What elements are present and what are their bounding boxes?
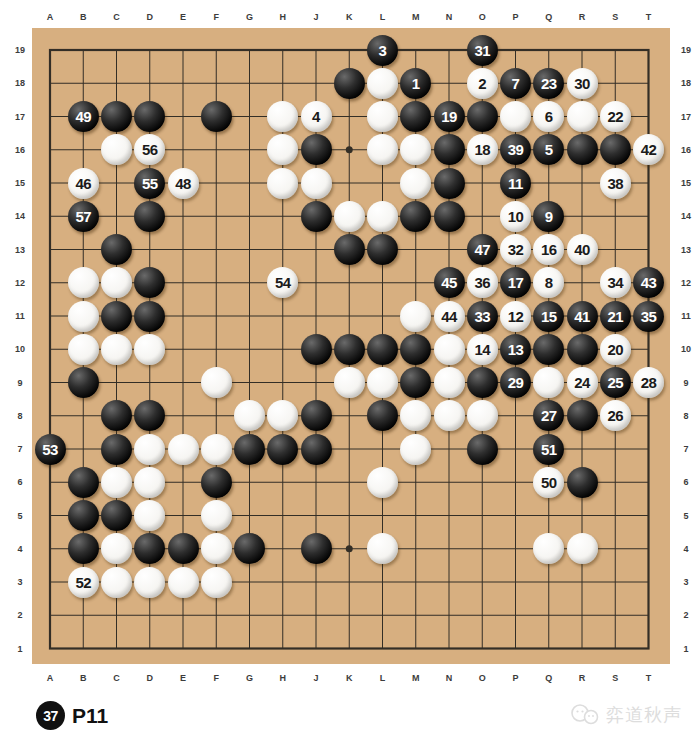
stone-P14: 10 — [500, 201, 531, 232]
stone-move-number: 5 — [545, 142, 553, 157]
stone-move-number: 52 — [75, 575, 91, 590]
stone-O7 — [467, 434, 498, 465]
stone-move-number: 6 — [545, 109, 553, 124]
stone-D7 — [134, 434, 165, 465]
stone-Q16: 5 — [533, 134, 564, 165]
stone-B3: 52 — [68, 567, 99, 598]
stone-O18: 2 — [467, 68, 498, 99]
stone-move-number: 55 — [142, 176, 158, 191]
row-label-left-12: 12 — [15, 278, 25, 288]
stone-N14 — [434, 201, 465, 232]
stone-C13 — [101, 234, 132, 265]
row-label-right-11: 11 — [681, 311, 691, 321]
col-label-top-P: P — [512, 12, 518, 22]
col-label-bottom-N: N — [446, 673, 453, 683]
row-label-right-5: 5 — [683, 511, 688, 521]
stone-move-number: 25 — [607, 375, 623, 390]
move-caption: 37 P11 — [36, 701, 108, 730]
stone-move-number: 15 — [541, 309, 557, 324]
stone-O13: 47 — [467, 234, 498, 265]
stone-F6 — [201, 467, 232, 498]
stone-Q7: 51 — [533, 434, 564, 465]
stone-S8: 26 — [600, 400, 631, 431]
col-label-top-C: C — [113, 12, 120, 22]
stone-Q13: 16 — [533, 234, 564, 265]
row-label-right-18: 18 — [681, 78, 691, 88]
stone-K14 — [334, 201, 365, 232]
stone-Q6: 50 — [533, 467, 564, 498]
stone-O10: 14 — [467, 334, 498, 365]
stone-N16 — [434, 134, 465, 165]
stone-B11 — [68, 301, 99, 332]
stone-P9: 29 — [500, 367, 531, 398]
stone-T12: 43 — [633, 267, 664, 298]
row-label-right-6: 6 — [683, 477, 688, 487]
stone-D4 — [134, 533, 165, 564]
col-label-top-G: G — [246, 12, 253, 22]
stone-E3 — [168, 567, 199, 598]
stone-C6 — [101, 467, 132, 498]
row-label-left-19: 19 — [15, 45, 25, 55]
stone-S10: 20 — [600, 334, 631, 365]
stone-E4 — [168, 533, 199, 564]
col-label-bottom-K: K — [346, 673, 353, 683]
row-label-left-5: 5 — [17, 511, 22, 521]
col-label-top-Q: Q — [545, 12, 552, 22]
col-label-bottom-D: D — [147, 673, 154, 683]
stone-G7 — [234, 434, 265, 465]
row-label-left-1: 1 — [17, 644, 22, 654]
stone-Q12: 8 — [533, 267, 564, 298]
stone-D6 — [134, 467, 165, 498]
row-label-right-1: 1 — [683, 644, 688, 654]
stone-N8 — [434, 400, 465, 431]
stone-S12: 34 — [600, 267, 631, 298]
stone-O11: 33 — [467, 301, 498, 332]
stone-B15: 46 — [68, 168, 99, 199]
stone-M7 — [400, 434, 431, 465]
stone-move-number: 53 — [42, 442, 58, 457]
stone-move-number: 4 — [312, 109, 320, 124]
stone-move-number: 56 — [142, 142, 158, 157]
col-label-bottom-B: B — [80, 673, 87, 683]
col-label-top-J: J — [313, 12, 318, 22]
row-label-right-14: 14 — [681, 211, 691, 221]
stone-move-number: 57 — [75, 209, 91, 224]
stone-move-number: 16 — [541, 242, 557, 257]
stone-C11 — [101, 301, 132, 332]
stone-move-number: 43 — [641, 275, 657, 290]
caption-move-number: 37 — [43, 708, 58, 724]
stone-G8 — [234, 400, 265, 431]
col-label-bottom-O: O — [479, 673, 486, 683]
stone-move-number: 39 — [508, 142, 524, 157]
stone-move-number: 7 — [512, 76, 520, 91]
col-label-top-N: N — [446, 12, 453, 22]
stone-M16 — [400, 134, 431, 165]
col-label-top-H: H — [280, 12, 287, 22]
row-label-right-7: 7 — [683, 444, 688, 454]
col-label-bottom-A: A — [47, 673, 54, 683]
stones-layer: 3311272330494196225618395424655481138571… — [33, 33, 665, 665]
stone-B14: 57 — [68, 201, 99, 232]
stone-B9 — [68, 367, 99, 398]
stone-N17: 19 — [434, 101, 465, 132]
stone-O12: 36 — [467, 267, 498, 298]
stone-R8 — [567, 400, 598, 431]
stone-Q18: 23 — [533, 68, 564, 99]
stone-move-number: 13 — [508, 342, 524, 357]
row-label-right-8: 8 — [683, 411, 688, 421]
col-label-top-O: O — [479, 12, 486, 22]
stone-P10: 13 — [500, 334, 531, 365]
stone-P13: 32 — [500, 234, 531, 265]
stone-move-number: 10 — [508, 209, 524, 224]
stone-move-number: 9 — [545, 209, 553, 224]
stone-P17 — [500, 101, 531, 132]
caption-move-stone: 37 — [36, 701, 65, 730]
stone-S15: 38 — [600, 168, 631, 199]
row-label-right-15: 15 — [681, 178, 691, 188]
stone-Q14: 9 — [533, 201, 564, 232]
stone-L8 — [367, 400, 398, 431]
row-label-left-11: 11 — [15, 311, 25, 321]
col-label-bottom-R: R — [579, 673, 586, 683]
stone-A7: 53 — [35, 434, 66, 465]
stone-move-number: 11 — [508, 176, 523, 191]
stone-R6 — [567, 467, 598, 498]
stone-move-number: 26 — [607, 408, 623, 423]
stone-L4 — [367, 533, 398, 564]
stone-Q4 — [533, 533, 564, 564]
stone-B6 — [68, 467, 99, 498]
stone-M18: 1 — [400, 68, 431, 99]
col-label-bottom-E: E — [180, 673, 186, 683]
col-label-top-K: K — [346, 12, 353, 22]
stone-S9: 25 — [600, 367, 631, 398]
stone-Q11: 15 — [533, 301, 564, 332]
stone-M17 — [400, 101, 431, 132]
row-label-right-17: 17 — [681, 112, 691, 122]
stone-D10 — [134, 334, 165, 365]
stone-N12: 45 — [434, 267, 465, 298]
stone-R10 — [567, 334, 598, 365]
stone-B5 — [68, 500, 99, 531]
stone-L19: 3 — [367, 35, 398, 66]
row-label-left-9: 9 — [17, 378, 22, 388]
stone-L18 — [367, 68, 398, 99]
stone-Q10 — [533, 334, 564, 365]
stone-move-number: 40 — [574, 242, 590, 257]
stone-C8 — [101, 400, 132, 431]
stone-move-number: 38 — [607, 176, 623, 191]
stone-L13 — [367, 234, 398, 265]
stone-C10 — [101, 334, 132, 365]
stone-D5 — [134, 500, 165, 531]
stone-Q8: 27 — [533, 400, 564, 431]
row-label-right-16: 16 — [681, 145, 691, 155]
stone-H16 — [267, 134, 298, 165]
stone-L6 — [367, 467, 398, 498]
stone-J7 — [301, 434, 332, 465]
watermark-text: 弈道秋声 — [606, 703, 682, 727]
stone-R13: 40 — [567, 234, 598, 265]
stone-move-number: 33 — [474, 309, 490, 324]
row-label-left-6: 6 — [17, 477, 22, 487]
col-label-bottom-L: L — [380, 673, 386, 683]
stone-H8 — [267, 400, 298, 431]
col-label-bottom-T: T — [646, 673, 652, 683]
row-label-right-19: 19 — [681, 45, 691, 55]
stone-T16: 42 — [633, 134, 664, 165]
row-label-left-4: 4 — [17, 544, 22, 554]
stone-J16 — [301, 134, 332, 165]
stone-C3 — [101, 567, 132, 598]
stone-move-number: 14 — [474, 342, 490, 357]
stone-O9 — [467, 367, 498, 398]
stone-S11: 21 — [600, 301, 631, 332]
stone-R9: 24 — [567, 367, 598, 398]
col-label-top-B: B — [80, 12, 87, 22]
stone-D17 — [134, 101, 165, 132]
col-label-bottom-P: P — [512, 673, 518, 683]
row-label-left-18: 18 — [15, 78, 25, 88]
stone-F4 — [201, 533, 232, 564]
stone-K18 — [334, 68, 365, 99]
stone-move-number: 29 — [508, 375, 524, 390]
caption-point-label: P11 — [72, 704, 108, 728]
col-label-bottom-H: H — [280, 673, 287, 683]
stone-S17: 22 — [600, 101, 631, 132]
stone-H7 — [267, 434, 298, 465]
stone-R11: 41 — [567, 301, 598, 332]
stone-move-number: 8 — [545, 275, 553, 290]
stone-move-number: 20 — [607, 342, 623, 357]
stone-C7 — [101, 434, 132, 465]
stone-J17: 4 — [301, 101, 332, 132]
col-label-top-E: E — [180, 12, 186, 22]
col-label-top-S: S — [612, 12, 618, 22]
stone-N10 — [434, 334, 465, 365]
stone-L10 — [367, 334, 398, 365]
stone-D11 — [134, 301, 165, 332]
stone-T9: 28 — [633, 367, 664, 398]
stone-move-number: 32 — [508, 242, 524, 257]
row-label-left-17: 17 — [15, 112, 25, 122]
stone-move-number: 46 — [75, 176, 91, 191]
stone-L14 — [367, 201, 398, 232]
stone-move-number: 35 — [641, 309, 657, 324]
stone-N9 — [434, 367, 465, 398]
stone-move-number: 22 — [607, 109, 623, 124]
stone-F5 — [201, 500, 232, 531]
stone-F3 — [201, 567, 232, 598]
row-label-left-3: 3 — [17, 577, 22, 587]
row-label-right-4: 4 — [683, 544, 688, 554]
stone-J15 — [301, 168, 332, 199]
stone-R18: 30 — [567, 68, 598, 99]
stone-H15 — [267, 168, 298, 199]
row-label-left-2: 2 — [17, 610, 22, 620]
watermark-logo-icon — [570, 702, 600, 728]
stone-J8 — [301, 400, 332, 431]
stone-L9 — [367, 367, 398, 398]
col-label-top-M: M — [412, 12, 420, 22]
stone-R4 — [567, 533, 598, 564]
stone-move-number: 50 — [541, 475, 557, 490]
stone-move-number: 47 — [474, 242, 490, 257]
stone-C5 — [101, 500, 132, 531]
stone-move-number: 24 — [574, 375, 590, 390]
stone-D15: 55 — [134, 168, 165, 199]
stone-E7 — [168, 434, 199, 465]
stone-move-number: 1 — [412, 76, 420, 91]
stone-D12 — [134, 267, 165, 298]
stone-move-number: 34 — [607, 275, 623, 290]
stone-move-number: 54 — [275, 275, 291, 290]
stone-S16 — [600, 134, 631, 165]
stone-O8 — [467, 400, 498, 431]
stone-O17 — [467, 101, 498, 132]
stone-move-number: 27 — [541, 408, 557, 423]
stone-C16 — [101, 134, 132, 165]
stone-F9 — [201, 367, 232, 398]
stone-M11 — [400, 301, 431, 332]
col-label-bottom-Q: Q — [545, 673, 552, 683]
stone-move-number: 48 — [175, 176, 191, 191]
stone-move-number: 23 — [541, 76, 557, 91]
row-label-right-3: 3 — [683, 577, 688, 587]
stone-O19: 31 — [467, 35, 498, 66]
stone-move-number: 51 — [541, 442, 557, 457]
stone-N15 — [434, 168, 465, 199]
stone-L17 — [367, 101, 398, 132]
stone-D14 — [134, 201, 165, 232]
col-label-bottom-M: M — [412, 673, 420, 683]
stone-P15: 11 — [500, 168, 531, 199]
stone-K10 — [334, 334, 365, 365]
stone-Q17: 6 — [533, 101, 564, 132]
row-label-right-9: 9 — [683, 378, 688, 388]
row-label-right-12: 12 — [681, 278, 691, 288]
stone-B10 — [68, 334, 99, 365]
stone-H12: 54 — [267, 267, 298, 298]
col-label-top-T: T — [646, 12, 652, 22]
stone-N11: 44 — [434, 301, 465, 332]
col-label-top-A: A — [47, 12, 54, 22]
stone-move-number: 31 — [474, 43, 490, 58]
stone-J14 — [301, 201, 332, 232]
stone-move-number: 36 — [474, 275, 490, 290]
stone-B12 — [68, 267, 99, 298]
col-label-bottom-C: C — [113, 673, 120, 683]
col-label-top-L: L — [380, 12, 386, 22]
stone-move-number: 2 — [478, 76, 486, 91]
col-label-top-D: D — [147, 12, 154, 22]
stone-K13 — [334, 234, 365, 265]
stone-move-number: 28 — [641, 375, 657, 390]
col-label-bottom-F: F — [214, 673, 220, 683]
stone-F7 — [201, 434, 232, 465]
row-label-left-14: 14 — [15, 211, 25, 221]
stone-B17: 49 — [68, 101, 99, 132]
row-label-left-7: 7 — [17, 444, 22, 454]
stone-M10 — [400, 334, 431, 365]
stone-D16: 56 — [134, 134, 165, 165]
col-label-top-F: F — [214, 12, 220, 22]
stone-E15: 48 — [168, 168, 199, 199]
stone-P16: 39 — [500, 134, 531, 165]
stone-move-number: 30 — [574, 76, 590, 91]
stone-D8 — [134, 400, 165, 431]
stone-move-number: 12 — [508, 309, 524, 324]
stone-move-number: 49 — [75, 109, 91, 124]
stone-J10 — [301, 334, 332, 365]
stone-C4 — [101, 533, 132, 564]
stone-M8 — [400, 400, 431, 431]
row-label-left-16: 16 — [15, 145, 25, 155]
stone-move-number: 45 — [441, 275, 457, 290]
row-label-left-8: 8 — [17, 411, 22, 421]
row-label-left-13: 13 — [15, 245, 25, 255]
stone-O16: 18 — [467, 134, 498, 165]
col-label-bottom-S: S — [612, 673, 618, 683]
stone-D3 — [134, 567, 165, 598]
stone-move-number: 3 — [379, 43, 387, 58]
row-label-right-10: 10 — [681, 344, 691, 354]
stone-move-number: 19 — [441, 109, 457, 124]
stone-H17 — [267, 101, 298, 132]
stone-C12 — [101, 267, 132, 298]
stone-move-number: 42 — [641, 142, 657, 157]
watermark: 弈道秋声 — [570, 702, 682, 728]
stone-L16 — [367, 134, 398, 165]
stone-G4 — [234, 533, 265, 564]
col-label-bottom-G: G — [246, 673, 253, 683]
stone-J4 — [301, 533, 332, 564]
stone-move-number: 21 — [607, 309, 623, 324]
stone-B4 — [68, 533, 99, 564]
stone-R16 — [567, 134, 598, 165]
col-label-bottom-J: J — [313, 673, 318, 683]
stone-K9 — [334, 367, 365, 398]
stone-C17 — [101, 101, 132, 132]
row-label-right-2: 2 — [683, 610, 688, 620]
go-kifu-diagram: 3311272330494196225618395424655481138571… — [0, 0, 700, 749]
stone-T11: 35 — [633, 301, 664, 332]
stone-F17 — [201, 101, 232, 132]
col-label-top-R: R — [579, 12, 586, 22]
stone-R17 — [567, 101, 598, 132]
stone-M9 — [400, 367, 431, 398]
stone-P11: 12 — [500, 301, 531, 332]
row-label-left-15: 15 — [15, 178, 25, 188]
stone-move-number: 44 — [441, 309, 457, 324]
stone-move-number: 18 — [474, 142, 490, 157]
row-label-right-13: 13 — [681, 245, 691, 255]
stone-P18: 7 — [500, 68, 531, 99]
row-label-left-10: 10 — [15, 344, 25, 354]
stone-M15 — [400, 168, 431, 199]
stone-move-number: 41 — [574, 309, 590, 324]
stone-M14 — [400, 201, 431, 232]
stone-Q9 — [533, 367, 564, 398]
stone-move-number: 17 — [508, 275, 524, 290]
stone-P12: 17 — [500, 267, 531, 298]
